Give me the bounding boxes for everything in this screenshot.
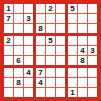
- sudoku-cell[interactable]: [46, 88, 55, 97]
- sudoku-cell[interactable]: [4, 46, 13, 55]
- sudoku-cell[interactable]: [68, 68, 77, 77]
- sudoku-cell[interactable]: 7: [4, 14, 13, 23]
- sudoku-cell[interactable]: [24, 4, 33, 13]
- sudoku-cell[interactable]: [36, 36, 45, 45]
- sudoku-cell[interactable]: 1: [68, 88, 77, 97]
- sudoku-cell[interactable]: 3: [88, 46, 97, 55]
- sudoku-board: 12573825436847841: [0, 0, 101, 101]
- sudoku-cell[interactable]: [24, 36, 33, 45]
- sudoku-cell[interactable]: [4, 56, 13, 65]
- sudoku-cell[interactable]: [36, 4, 45, 13]
- sudoku-cell[interactable]: 6: [14, 56, 23, 65]
- sudoku-cell[interactable]: [88, 68, 97, 77]
- sudoku-cell[interactable]: [24, 46, 33, 55]
- sudoku-cell[interactable]: [88, 14, 97, 23]
- sudoku-cell[interactable]: [78, 68, 87, 77]
- sudoku-cell[interactable]: [14, 46, 23, 55]
- sudoku-cell[interactable]: 4: [78, 46, 87, 55]
- sudoku-cell[interactable]: [78, 4, 87, 13]
- sudoku-cell[interactable]: [24, 78, 33, 87]
- sudoku-cell[interactable]: [78, 88, 87, 97]
- sudoku-cell[interactable]: [88, 56, 97, 65]
- sudoku-cell[interactable]: [46, 78, 55, 87]
- sudoku-cell[interactable]: [24, 88, 33, 97]
- sudoku-cell[interactable]: [14, 24, 23, 33]
- sudoku-cell[interactable]: [56, 14, 65, 23]
- sudoku-cell[interactable]: 1: [4, 4, 13, 13]
- sudoku-cell[interactable]: 5: [68, 4, 77, 13]
- sudoku-cell[interactable]: 7: [36, 68, 45, 77]
- sudoku-cell[interactable]: [14, 4, 23, 13]
- sudoku-cell[interactable]: [46, 46, 55, 55]
- sudoku-cell[interactable]: [88, 4, 97, 13]
- sudoku-cell[interactable]: [46, 14, 55, 23]
- sudoku-cell[interactable]: [14, 14, 23, 23]
- sudoku-cell[interactable]: [4, 68, 13, 77]
- sudoku-cell[interactable]: [78, 24, 87, 33]
- sudoku-cell[interactable]: 2: [4, 36, 13, 45]
- sudoku-cell[interactable]: [4, 88, 13, 97]
- sudoku-cell[interactable]: [68, 78, 77, 87]
- sudoku-cell[interactable]: [4, 24, 13, 33]
- sudoku-cell[interactable]: [68, 36, 77, 45]
- sudoku-cell[interactable]: [68, 14, 77, 23]
- sudoku-cell[interactable]: [56, 46, 65, 55]
- sudoku-cell[interactable]: [56, 88, 65, 97]
- sudoku-cell[interactable]: [14, 88, 23, 97]
- sudoku-cell[interactable]: [68, 46, 77, 55]
- sudoku-cell[interactable]: [68, 24, 77, 33]
- sudoku-cell[interactable]: 8: [78, 56, 87, 65]
- sudoku-cell[interactable]: 4: [24, 68, 33, 77]
- sudoku-cell[interactable]: [14, 36, 23, 45]
- sudoku-cell[interactable]: [24, 24, 33, 33]
- sudoku-cell[interactable]: 8: [36, 24, 45, 33]
- sudoku-cell[interactable]: [56, 78, 65, 87]
- sudoku-cell[interactable]: 3: [24, 14, 33, 23]
- sudoku-cell[interactable]: [14, 68, 23, 77]
- sudoku-cell[interactable]: [36, 46, 45, 55]
- sudoku-cell[interactable]: [36, 56, 45, 65]
- sudoku-cell[interactable]: [56, 68, 65, 77]
- sudoku-cell[interactable]: 4: [36, 78, 45, 87]
- sudoku-cell[interactable]: [68, 56, 77, 65]
- sudoku-cell[interactable]: 2: [46, 4, 55, 13]
- sudoku-cell[interactable]: [88, 88, 97, 97]
- sudoku-cell[interactable]: [24, 56, 33, 65]
- sudoku-cell[interactable]: [88, 36, 97, 45]
- sudoku-cell[interactable]: [88, 78, 97, 87]
- sudoku-cell[interactable]: [36, 14, 45, 23]
- sudoku-cell[interactable]: [78, 36, 87, 45]
- sudoku-cell[interactable]: [56, 36, 65, 45]
- sudoku-cell[interactable]: [36, 88, 45, 97]
- sudoku-cell[interactable]: [56, 56, 65, 65]
- sudoku-cell[interactable]: [46, 24, 55, 33]
- sudoku-cell[interactable]: [56, 24, 65, 33]
- sudoku-cell[interactable]: [46, 56, 55, 65]
- sudoku-cell[interactable]: [78, 14, 87, 23]
- sudoku-cell[interactable]: [46, 68, 55, 77]
- sudoku-cell[interactable]: [88, 24, 97, 33]
- sudoku-cell[interactable]: [4, 78, 13, 87]
- sudoku-cell[interactable]: 5: [46, 36, 55, 45]
- sudoku-cell[interactable]: [78, 78, 87, 87]
- sudoku-cell[interactable]: [56, 4, 65, 13]
- sudoku-cell[interactable]: 8: [14, 78, 23, 87]
